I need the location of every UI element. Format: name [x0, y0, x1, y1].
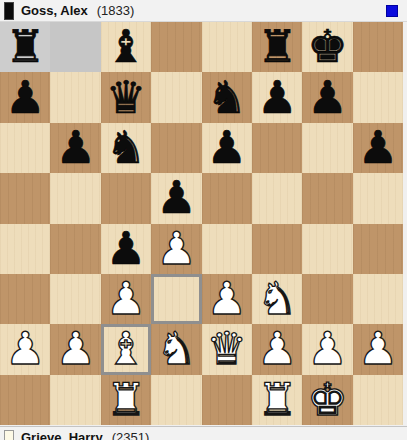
- square-a5[interactable]: [0, 173, 50, 223]
- square-g2[interactable]: ♟: [302, 324, 352, 374]
- square-f5[interactable]: [252, 173, 302, 223]
- bottom-player-name: Grieve, Harry: [21, 430, 103, 440]
- piece-black-pawn[interactable]: ♟: [207, 123, 247, 173]
- square-g7[interactable]: ♟: [302, 72, 352, 122]
- square-a2[interactable]: ♟: [0, 324, 50, 374]
- square-e3[interactable]: ♟: [202, 274, 252, 324]
- piece-white-pawn[interactable]: ♟: [156, 224, 196, 274]
- chess-board[interactable]: ♜♝♜♚♟♛♞♟♟♟♞♟♟♟♟♟♟♟♞♟♟♝♞♛♟♟♟♜♜♚: [0, 22, 403, 425]
- piece-black-rook[interactable]: ♜: [5, 22, 45, 72]
- square-a3[interactable]: [0, 274, 50, 324]
- square-g6[interactable]: [302, 123, 352, 173]
- piece-black-pawn[interactable]: ♟: [106, 224, 146, 274]
- piece-white-queen[interactable]: ♛: [207, 324, 247, 374]
- piece-black-pawn[interactable]: ♟: [257, 73, 297, 123]
- square-f8[interactable]: ♜: [252, 22, 302, 72]
- square-c1[interactable]: ♜: [101, 375, 151, 425]
- square-b5[interactable]: [50, 173, 100, 223]
- square-f1[interactable]: ♜: [252, 375, 302, 425]
- piece-black-bishop[interactable]: ♝: [106, 22, 146, 72]
- square-e8[interactable]: [202, 22, 252, 72]
- square-e2[interactable]: ♛: [202, 324, 252, 374]
- piece-white-knight[interactable]: ♞: [156, 324, 196, 374]
- square-g4[interactable]: [302, 224, 352, 274]
- top-player-rating: (1833): [97, 3, 135, 18]
- square-c7[interactable]: ♛: [101, 72, 151, 122]
- square-d5[interactable]: ♟: [151, 173, 201, 223]
- piece-white-pawn[interactable]: ♟: [5, 324, 45, 374]
- square-f2[interactable]: ♟: [252, 324, 302, 374]
- piece-white-bishop[interactable]: ♝: [106, 324, 146, 374]
- square-e4[interactable]: [202, 224, 252, 274]
- square-g8[interactable]: ♚: [302, 22, 352, 72]
- square-b8[interactable]: [50, 22, 100, 72]
- bottom-player-bar: Grieve, Harry (2351): [0, 426, 407, 440]
- top-player-bar: Goss, Alex (1833): [0, 0, 407, 22]
- piece-white-pawn[interactable]: ♟: [106, 274, 146, 324]
- piece-white-pawn[interactable]: ♟: [55, 324, 95, 374]
- square-d1[interactable]: [151, 375, 201, 425]
- piece-black-queen[interactable]: ♛: [106, 73, 146, 123]
- square-e1[interactable]: [202, 375, 252, 425]
- square-f6[interactable]: [252, 123, 302, 173]
- square-a7[interactable]: ♟: [0, 72, 50, 122]
- square-b7[interactable]: [50, 72, 100, 122]
- square-h7[interactable]: [353, 72, 403, 122]
- square-d4[interactable]: ♟: [151, 224, 201, 274]
- square-b2[interactable]: ♟: [50, 324, 100, 374]
- piece-black-pawn[interactable]: ♟: [307, 73, 347, 123]
- piece-white-pawn[interactable]: ♟: [358, 324, 398, 374]
- piece-white-knight[interactable]: ♞: [257, 274, 297, 324]
- top-player-name: Goss, Alex: [21, 3, 88, 18]
- piece-white-pawn[interactable]: ♟: [307, 324, 347, 374]
- piece-black-rook[interactable]: ♜: [257, 22, 297, 72]
- square-d2[interactable]: ♞: [151, 324, 201, 374]
- square-h6[interactable]: ♟: [353, 123, 403, 173]
- square-g3[interactable]: [302, 274, 352, 324]
- black-color-swatch: [4, 2, 14, 20]
- square-c5[interactable]: [101, 173, 151, 223]
- piece-white-rook[interactable]: ♜: [257, 375, 297, 425]
- square-c6[interactable]: ♞: [101, 123, 151, 173]
- square-c2[interactable]: ♝: [101, 324, 151, 374]
- square-c8[interactable]: ♝: [101, 22, 151, 72]
- square-d6[interactable]: [151, 123, 201, 173]
- square-f4[interactable]: [252, 224, 302, 274]
- piece-white-king[interactable]: ♚: [307, 375, 347, 425]
- piece-white-pawn[interactable]: ♟: [207, 274, 247, 324]
- square-f3[interactable]: ♞: [252, 274, 302, 324]
- white-color-swatch: [4, 430, 14, 440]
- square-h2[interactable]: ♟: [353, 324, 403, 374]
- bottom-player-rating: (2351): [112, 430, 150, 440]
- square-e7[interactable]: ♞: [202, 72, 252, 122]
- square-g1[interactable]: ♚: [302, 375, 352, 425]
- square-h5[interactable]: [353, 173, 403, 223]
- square-c4[interactable]: ♟: [101, 224, 151, 274]
- square-a8[interactable]: ♜: [0, 22, 50, 72]
- square-g5[interactable]: [302, 173, 352, 223]
- square-a6[interactable]: [0, 123, 50, 173]
- piece-black-knight[interactable]: ♞: [106, 123, 146, 173]
- piece-black-knight[interactable]: ♞: [207, 73, 247, 123]
- square-b3[interactable]: [50, 274, 100, 324]
- piece-black-king[interactable]: ♚: [307, 22, 347, 72]
- square-b1[interactable]: [50, 375, 100, 425]
- blue-status-indicator: [386, 5, 398, 17]
- square-h3[interactable]: [353, 274, 403, 324]
- piece-black-pawn[interactable]: ♟: [55, 123, 95, 173]
- piece-black-pawn[interactable]: ♟: [5, 73, 45, 123]
- square-b6[interactable]: ♟: [50, 123, 100, 173]
- square-h1[interactable]: [353, 375, 403, 425]
- square-e6[interactable]: ♟: [202, 123, 252, 173]
- square-h8[interactable]: [353, 22, 403, 72]
- square-d3[interactable]: [151, 274, 201, 324]
- square-b4[interactable]: [50, 224, 100, 274]
- square-a4[interactable]: [0, 224, 50, 274]
- square-a1[interactable]: [0, 375, 50, 425]
- piece-black-pawn[interactable]: ♟: [156, 173, 196, 223]
- square-h4[interactable]: [353, 224, 403, 274]
- square-d7[interactable]: [151, 72, 201, 122]
- piece-white-rook[interactable]: ♜: [106, 375, 146, 425]
- square-f7[interactable]: ♟: [252, 72, 302, 122]
- piece-white-pawn[interactable]: ♟: [257, 324, 297, 374]
- square-e5[interactable]: [202, 173, 252, 223]
- square-c3[interactable]: ♟: [101, 274, 151, 324]
- square-d8[interactable]: [151, 22, 201, 72]
- piece-black-pawn[interactable]: ♟: [358, 123, 398, 173]
